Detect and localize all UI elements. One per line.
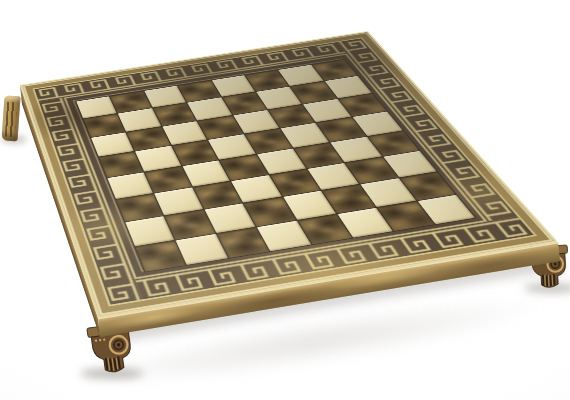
photo-stage [0,0,570,400]
chess-board [20,31,558,318]
board-foot-left [1,95,20,141]
